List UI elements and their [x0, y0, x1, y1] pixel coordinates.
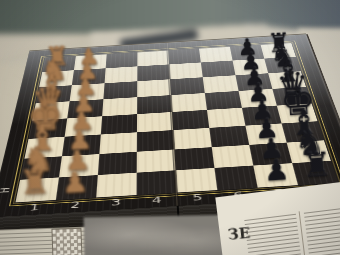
newspaper-text-column: [304, 206, 340, 255]
piece-black-rook-h8: ♜: [292, 161, 338, 186]
chess-set-photo: 12345678HH ♜♟♟♜♞♟♟♞♝♟♟♝♛♟♟♛♚♟♟♚♝♟♟♝♞♟♟♞♜…: [0, 0, 340, 255]
printed-chess-diagram: [51, 228, 82, 255]
newspaper-text-column: [244, 214, 302, 255]
piece-white-pawn-h2: ♟: [56, 175, 98, 200]
black-rook-icon: ♜: [286, 147, 340, 184]
white-pawn-icon: ♟: [45, 166, 105, 198]
newspaper-halftone-photo: [84, 215, 237, 255]
